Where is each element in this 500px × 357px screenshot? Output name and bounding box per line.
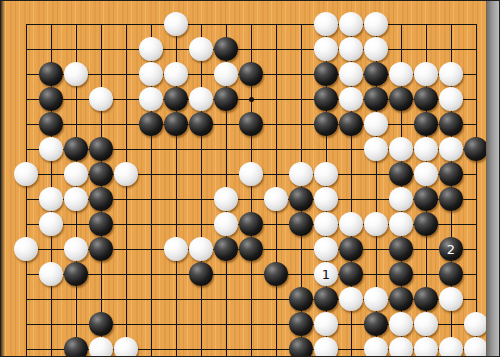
stone-black[interactable]: [439, 187, 463, 211]
stone-white[interactable]: [414, 162, 438, 186]
stone-black[interactable]: [364, 87, 388, 111]
stone-black[interactable]: [364, 62, 388, 86]
stone-white[interactable]: [214, 62, 238, 86]
stone-white[interactable]: [439, 137, 463, 161]
stone-black[interactable]: [389, 287, 413, 311]
stone-white[interactable]: [364, 112, 388, 136]
stone-white[interactable]: [414, 137, 438, 161]
stone-white[interactable]: [314, 162, 338, 186]
stone-white[interactable]: [364, 137, 388, 161]
stone-white[interactable]: [39, 212, 63, 236]
stone-white[interactable]: [314, 237, 338, 261]
stone-white[interactable]: [439, 87, 463, 111]
stone-black[interactable]: [314, 112, 338, 136]
stone-black[interactable]: [239, 112, 263, 136]
stone-white[interactable]: [339, 12, 363, 36]
stone-black[interactable]: [439, 162, 463, 186]
stone-white[interactable]: [64, 62, 88, 86]
stone-white[interactable]: [64, 162, 88, 186]
stone-black[interactable]: [414, 287, 438, 311]
stone-black[interactable]: [339, 237, 363, 261]
stone-black[interactable]: [439, 262, 463, 286]
stone-black[interactable]: [389, 262, 413, 286]
stone-white[interactable]: [289, 162, 313, 186]
stone-white[interactable]: [189, 237, 213, 261]
stone-black[interactable]: [89, 187, 113, 211]
stone-white[interactable]: [339, 287, 363, 311]
table-right-edge-band: [486, 1, 499, 356]
stone-black[interactable]: [89, 137, 113, 161]
stone-white[interactable]: [89, 87, 113, 111]
stone-white[interactable]: [339, 62, 363, 86]
board-left-edge-shadow: [1, 1, 5, 356]
stone-white[interactable]: [114, 162, 138, 186]
stone-white[interactable]: [189, 37, 213, 61]
stone-white[interactable]: [439, 337, 463, 357]
stone-white[interactable]: [64, 187, 88, 211]
stone-white[interactable]: [389, 212, 413, 236]
stone-white[interactable]: [389, 62, 413, 86]
stone-white[interactable]: [64, 237, 88, 261]
stone-black[interactable]: [164, 87, 188, 111]
move-1-stone[interactable]: 1: [314, 262, 338, 286]
stone-black[interactable]: [289, 287, 313, 311]
stone-black[interactable]: [464, 137, 488, 161]
stone-black[interactable]: [139, 112, 163, 136]
stone-white[interactable]: [214, 187, 238, 211]
stone-white[interactable]: [239, 162, 263, 186]
stone-black[interactable]: [89, 237, 113, 261]
stone-white[interactable]: [389, 187, 413, 211]
grid-line-horizontal: [26, 24, 477, 25]
stone-black[interactable]: [289, 337, 313, 357]
stone-white[interactable]: [14, 162, 38, 186]
stone-black[interactable]: [64, 262, 88, 286]
stone-white[interactable]: [189, 87, 213, 111]
stone-white[interactable]: [314, 337, 338, 357]
stone-white[interactable]: [114, 337, 138, 357]
stone-white[interactable]: [164, 12, 188, 36]
stone-black[interactable]: [314, 287, 338, 311]
stone-black[interactable]: [314, 62, 338, 86]
stone-white[interactable]: [414, 337, 438, 357]
stone-black[interactable]: [189, 112, 213, 136]
stone-white[interactable]: [339, 87, 363, 111]
stone-white[interactable]: [39, 137, 63, 161]
stone-black[interactable]: [389, 237, 413, 261]
stone-black[interactable]: [89, 162, 113, 186]
stone-white[interactable]: [339, 37, 363, 61]
stone-black[interactable]: [39, 112, 63, 136]
stone-white[interactable]: [89, 337, 113, 357]
stone-black[interactable]: [289, 312, 313, 336]
stone-white[interactable]: [439, 62, 463, 86]
stone-black[interactable]: [39, 62, 63, 86]
stone-black[interactable]: [289, 212, 313, 236]
stone-white[interactable]: [39, 262, 63, 286]
stone-black[interactable]: [39, 87, 63, 111]
stone-white[interactable]: [314, 187, 338, 211]
stone-black[interactable]: [389, 87, 413, 111]
stone-white[interactable]: [439, 287, 463, 311]
move-2-stone[interactable]: 2: [439, 237, 463, 261]
grid-line-horizontal: [26, 49, 477, 50]
stone-white[interactable]: [364, 337, 388, 357]
stone-black[interactable]: [414, 187, 438, 211]
stone-white[interactable]: [339, 212, 363, 236]
stone-black[interactable]: [289, 187, 313, 211]
stone-white[interactable]: [389, 137, 413, 161]
stone-black[interactable]: [189, 262, 213, 286]
stone-black[interactable]: [264, 262, 288, 286]
stone-white[interactable]: [314, 212, 338, 236]
stone-black[interactable]: [164, 112, 188, 136]
stone-white[interactable]: [364, 12, 388, 36]
stone-white[interactable]: [264, 187, 288, 211]
stone-black[interactable]: [414, 212, 438, 236]
stone-black[interactable]: [214, 87, 238, 111]
stone-black[interactable]: [239, 62, 263, 86]
stone-black[interactable]: [239, 212, 263, 236]
stone-black[interactable]: [414, 112, 438, 136]
go-board[interactable]: 21: [0, 0, 500, 357]
stone-white[interactable]: [364, 37, 388, 61]
stone-black[interactable]: [414, 87, 438, 111]
stone-black[interactable]: [64, 137, 88, 161]
stone-white[interactable]: [139, 37, 163, 61]
stone-black[interactable]: [339, 262, 363, 286]
stone-white[interactable]: [314, 37, 338, 61]
stone-black[interactable]: [364, 312, 388, 336]
star-point: [249, 97, 254, 102]
stone-white[interactable]: [364, 212, 388, 236]
stone-black[interactable]: [89, 212, 113, 236]
stone-white[interactable]: [414, 62, 438, 86]
stone-white[interactable]: [389, 312, 413, 336]
stone-white[interactable]: [139, 62, 163, 86]
stone-black[interactable]: [214, 37, 238, 61]
stone-black[interactable]: [89, 312, 113, 336]
stone-white[interactable]: [389, 337, 413, 357]
stone-black[interactable]: [214, 237, 238, 261]
stone-black[interactable]: [389, 162, 413, 186]
stone-black[interactable]: [439, 112, 463, 136]
stone-black[interactable]: [339, 112, 363, 136]
stone-white[interactable]: [464, 312, 488, 336]
stone-white[interactable]: [214, 212, 238, 236]
stone-black[interactable]: [239, 237, 263, 261]
stone-white[interactable]: [364, 287, 388, 311]
stone-white[interactable]: [414, 312, 438, 336]
stone-white[interactable]: [164, 237, 188, 261]
stone-white[interactable]: [314, 312, 338, 336]
stone-white[interactable]: [14, 237, 38, 261]
stone-black[interactable]: [314, 87, 338, 111]
stone-white[interactable]: [164, 62, 188, 86]
stone-white[interactable]: [39, 187, 63, 211]
stone-white[interactable]: [314, 12, 338, 36]
stone-black[interactable]: [64, 337, 88, 357]
stone-white[interactable]: [464, 337, 488, 357]
stone-white[interactable]: [139, 87, 163, 111]
